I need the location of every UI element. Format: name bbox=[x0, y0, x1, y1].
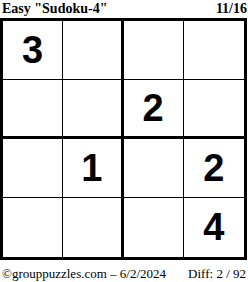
cell-r4c4: 4 bbox=[184, 198, 244, 257]
cell-r3c2: 1 bbox=[63, 139, 123, 198]
cell-r2c1[interactable] bbox=[3, 80, 63, 139]
cell-r3c4: 2 bbox=[184, 139, 244, 198]
copyright-text: ©grouppuzzles.com – 6/2/2024 bbox=[2, 266, 166, 282]
cell-r4c2[interactable] bbox=[63, 198, 123, 257]
cell-r1c3[interactable] bbox=[124, 21, 184, 80]
cell-r2c3: 2 bbox=[124, 80, 184, 139]
cell-r1c1: 3 bbox=[3, 21, 63, 80]
cell-r3c1[interactable] bbox=[3, 139, 63, 198]
cell-r4c3[interactable] bbox=[124, 198, 184, 257]
cell-r2c4[interactable] bbox=[184, 80, 244, 139]
header: Easy "Sudoku-4" 11/16 bbox=[0, 0, 248, 17]
cell-r1c2[interactable] bbox=[63, 21, 123, 80]
cell-r2c2[interactable] bbox=[63, 80, 123, 139]
cell-counter: 11/16 bbox=[216, 0, 247, 17]
difficulty-text: Diff: 2 / 92 bbox=[188, 266, 246, 282]
cell-r4c1[interactable] bbox=[3, 198, 63, 257]
sudoku-grid: 3 2 1 2 4 bbox=[0, 18, 247, 260]
cell-r3c3[interactable] bbox=[124, 139, 184, 198]
cell-r1c4[interactable] bbox=[184, 21, 244, 80]
puzzle-title: Easy "Sudoku-4" bbox=[2, 0, 107, 17]
footer: ©grouppuzzles.com – 6/2/2024 Diff: 2 / 9… bbox=[0, 266, 248, 282]
